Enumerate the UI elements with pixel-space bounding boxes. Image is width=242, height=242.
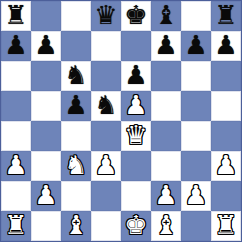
square-e3[interactable] <box>121 151 151 181</box>
black-piece-p-f7[interactable]: ♟ <box>154 31 177 60</box>
black-piece-q-d8[interactable]: ♛ <box>94 1 117 30</box>
black-piece-k-e8[interactable]: ♚ <box>124 1 147 30</box>
square-e8[interactable]: ♚ <box>121 1 151 31</box>
square-c7[interactable] <box>61 31 91 61</box>
white-piece-q-e4[interactable]: ♛ <box>124 121 147 150</box>
white-piece-b-c1[interactable]: ♝ <box>64 211 87 240</box>
white-piece-p-e5[interactable]: ♟ <box>124 91 147 120</box>
square-f2[interactable]: ♟ <box>151 181 181 211</box>
square-g2[interactable]: ♟ <box>181 181 211 211</box>
square-f1[interactable]: ♝ <box>151 211 181 241</box>
square-c3[interactable]: ♞ <box>61 151 91 181</box>
square-a1[interactable]: ♜ <box>1 211 31 241</box>
square-e4[interactable]: ♛ <box>121 121 151 151</box>
square-a8[interactable]: ♜ <box>1 1 31 31</box>
black-piece-r-h8[interactable]: ♜ <box>214 1 237 30</box>
square-a6[interactable] <box>1 61 31 91</box>
square-h2[interactable] <box>211 181 241 211</box>
white-piece-p-g2[interactable]: ♟ <box>184 181 207 210</box>
square-a5[interactable] <box>1 91 31 121</box>
square-g7[interactable]: ♟ <box>181 31 211 61</box>
white-piece-r-a1[interactable]: ♜ <box>4 211 27 240</box>
white-piece-b-f1[interactable]: ♝ <box>154 211 177 240</box>
square-b8[interactable] <box>31 1 61 31</box>
square-d4[interactable] <box>91 121 121 151</box>
square-b5[interactable] <box>31 91 61 121</box>
black-piece-r-a8[interactable]: ♜ <box>4 1 27 30</box>
white-piece-p-a3[interactable]: ♟ <box>4 151 27 180</box>
square-g5[interactable] <box>181 91 211 121</box>
square-a4[interactable] <box>1 121 31 151</box>
square-h5[interactable] <box>211 91 241 121</box>
black-piece-p-a7[interactable]: ♟ <box>4 31 27 60</box>
white-piece-p-f2[interactable]: ♟ <box>154 181 177 210</box>
square-c5[interactable]: ♟ <box>61 91 91 121</box>
square-d6[interactable] <box>91 61 121 91</box>
square-b4[interactable] <box>31 121 61 151</box>
white-piece-p-h3[interactable]: ♟ <box>214 151 237 180</box>
square-e7[interactable] <box>121 31 151 61</box>
square-h8[interactable]: ♜ <box>211 1 241 31</box>
square-f3[interactable] <box>151 151 181 181</box>
square-f7[interactable]: ♟ <box>151 31 181 61</box>
square-c1[interactable]: ♝ <box>61 211 91 241</box>
square-e6[interactable]: ♟ <box>121 61 151 91</box>
black-piece-n-d5[interactable]: ♞ <box>94 91 117 120</box>
white-piece-p-d3[interactable]: ♟ <box>94 151 117 180</box>
square-g8[interactable] <box>181 1 211 31</box>
square-a3[interactable]: ♟ <box>1 151 31 181</box>
white-piece-k-e1[interactable]: ♚ <box>124 211 147 240</box>
white-piece-p-b2[interactable]: ♟ <box>34 181 57 210</box>
square-b7[interactable]: ♟ <box>31 31 61 61</box>
white-piece-r-h1[interactable]: ♜ <box>214 211 237 240</box>
square-b6[interactable] <box>31 61 61 91</box>
square-f5[interactable] <box>151 91 181 121</box>
square-b2[interactable]: ♟ <box>31 181 61 211</box>
square-f4[interactable] <box>151 121 181 151</box>
square-g4[interactable] <box>181 121 211 151</box>
square-d2[interactable] <box>91 181 121 211</box>
square-c2[interactable] <box>61 181 91 211</box>
black-piece-p-b7[interactable]: ♟ <box>34 31 57 60</box>
square-b3[interactable] <box>31 151 61 181</box>
square-g1[interactable] <box>181 211 211 241</box>
square-h3[interactable]: ♟ <box>211 151 241 181</box>
square-d1[interactable] <box>91 211 121 241</box>
square-g6[interactable] <box>181 61 211 91</box>
square-h1[interactable]: ♜ <box>211 211 241 241</box>
square-c4[interactable] <box>61 121 91 151</box>
black-piece-p-h7[interactable]: ♟ <box>214 31 237 60</box>
square-h6[interactable] <box>211 61 241 91</box>
square-e2[interactable] <box>121 181 151 211</box>
black-piece-p-g7[interactable]: ♟ <box>184 31 207 60</box>
chess-board: ♜♛♚♝♜♟♟♟♟♟♞♟♟♞♟♛♟♞♟♟♟♟♟♜♝♚♝♜ <box>1 1 241 241</box>
square-h4[interactable] <box>211 121 241 151</box>
square-d7[interactable] <box>91 31 121 61</box>
square-b1[interactable] <box>31 211 61 241</box>
square-f6[interactable] <box>151 61 181 91</box>
square-d5[interactable]: ♞ <box>91 91 121 121</box>
square-a2[interactable] <box>1 181 31 211</box>
square-e5[interactable]: ♟ <box>121 91 151 121</box>
black-piece-b-f8[interactable]: ♝ <box>154 1 177 30</box>
square-d3[interactable]: ♟ <box>91 151 121 181</box>
square-d8[interactable]: ♛ <box>91 1 121 31</box>
black-piece-p-e6[interactable]: ♟ <box>124 61 147 90</box>
chess-board-frame: ♜♛♚♝♜♟♟♟♟♟♞♟♟♞♟♛♟♞♟♟♟♟♟♜♝♚♝♜ <box>0 0 242 242</box>
black-piece-p-c5[interactable]: ♟ <box>64 91 87 120</box>
square-c8[interactable] <box>61 1 91 31</box>
square-a7[interactable]: ♟ <box>1 31 31 61</box>
square-g3[interactable] <box>181 151 211 181</box>
square-h7[interactable]: ♟ <box>211 31 241 61</box>
square-f8[interactable]: ♝ <box>151 1 181 31</box>
square-c6[interactable]: ♞ <box>61 61 91 91</box>
white-piece-n-c3[interactable]: ♞ <box>64 151 87 180</box>
square-e1[interactable]: ♚ <box>121 211 151 241</box>
black-piece-n-c6[interactable]: ♞ <box>64 61 87 90</box>
